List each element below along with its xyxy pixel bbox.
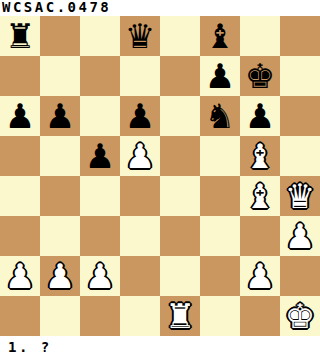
square-g2[interactable]: ♟ — [240, 256, 280, 296]
square-c6[interactable] — [80, 96, 120, 136]
square-a4[interactable] — [0, 176, 40, 216]
white-pawn-icon: ♟ — [40, 256, 80, 296]
white-rook-icon: ♜ — [160, 296, 200, 336]
white-pawn-icon: ♟ — [0, 256, 40, 296]
square-e4[interactable] — [160, 176, 200, 216]
square-f8[interactable]: ♝ — [200, 16, 240, 56]
white-queen-icon: ♛ — [280, 176, 320, 216]
square-b1[interactable] — [40, 296, 80, 336]
square-h4[interactable]: ♛ — [280, 176, 320, 216]
square-c8[interactable] — [80, 16, 120, 56]
square-d4[interactable] — [120, 176, 160, 216]
square-b6[interactable]: ♟ — [40, 96, 80, 136]
square-e8[interactable] — [160, 16, 200, 56]
square-b2[interactable]: ♟ — [40, 256, 80, 296]
white-pawn-icon: ♟ — [80, 256, 120, 296]
square-f7[interactable]: ♟ — [200, 56, 240, 96]
white-bishop-icon: ♝ — [240, 136, 280, 176]
chess-puzzle-page: WCSAC.0478 ♜♛♝♟♚♟♟♟♞♟♟♟♝♝♛♟♟♟♟♟♜♚ 1. ? — [0, 0, 320, 360]
white-pawn-icon: ♟ — [280, 216, 320, 256]
square-e7[interactable] — [160, 56, 200, 96]
square-d7[interactable] — [120, 56, 160, 96]
square-g8[interactable] — [240, 16, 280, 56]
square-d2[interactable] — [120, 256, 160, 296]
square-d1[interactable] — [120, 296, 160, 336]
square-b8[interactable] — [40, 16, 80, 56]
square-f3[interactable] — [200, 216, 240, 256]
square-h3[interactable]: ♟ — [280, 216, 320, 256]
white-pawn-icon: ♟ — [120, 136, 160, 176]
square-a6[interactable]: ♟ — [0, 96, 40, 136]
square-g3[interactable] — [240, 216, 280, 256]
square-d5[interactable]: ♟ — [120, 136, 160, 176]
puzzle-title: WCSAC.0478 — [0, 0, 320, 16]
square-h1[interactable]: ♚ — [280, 296, 320, 336]
square-f5[interactable] — [200, 136, 240, 176]
chess-board: ♜♛♝♟♚♟♟♟♞♟♟♟♝♝♛♟♟♟♟♟♜♚ — [0, 16, 320, 336]
square-c3[interactable] — [80, 216, 120, 256]
square-b3[interactable] — [40, 216, 80, 256]
square-d8[interactable]: ♛ — [120, 16, 160, 56]
move-prompt: 1. ? — [0, 336, 320, 360]
square-a1[interactable] — [0, 296, 40, 336]
square-h8[interactable] — [280, 16, 320, 56]
black-queen-icon: ♛ — [120, 16, 160, 56]
black-pawn-icon: ♟ — [0, 96, 40, 136]
square-b4[interactable] — [40, 176, 80, 216]
black-rook-icon: ♜ — [0, 16, 40, 56]
square-d6[interactable]: ♟ — [120, 96, 160, 136]
square-c1[interactable] — [80, 296, 120, 336]
square-e5[interactable] — [160, 136, 200, 176]
square-f1[interactable] — [200, 296, 240, 336]
square-h7[interactable] — [280, 56, 320, 96]
square-h2[interactable] — [280, 256, 320, 296]
square-a7[interactable] — [0, 56, 40, 96]
white-king-icon: ♚ — [280, 296, 320, 336]
square-c4[interactable] — [80, 176, 120, 216]
square-f2[interactable] — [200, 256, 240, 296]
black-pawn-icon: ♟ — [80, 136, 120, 176]
black-king-icon: ♚ — [240, 56, 280, 96]
square-a3[interactable] — [0, 216, 40, 256]
white-pawn-icon: ♟ — [240, 256, 280, 296]
square-e1[interactable]: ♜ — [160, 296, 200, 336]
black-pawn-icon: ♟ — [120, 96, 160, 136]
square-g6[interactable]: ♟ — [240, 96, 280, 136]
square-a5[interactable] — [0, 136, 40, 176]
square-c7[interactable] — [80, 56, 120, 96]
black-pawn-icon: ♟ — [40, 96, 80, 136]
square-e3[interactable] — [160, 216, 200, 256]
square-a8[interactable]: ♜ — [0, 16, 40, 56]
square-h6[interactable] — [280, 96, 320, 136]
black-pawn-icon: ♟ — [240, 96, 280, 136]
square-h5[interactable] — [280, 136, 320, 176]
square-e2[interactable] — [160, 256, 200, 296]
square-f4[interactable] — [200, 176, 240, 216]
black-knight-icon: ♞ — [200, 96, 240, 136]
square-a2[interactable]: ♟ — [0, 256, 40, 296]
square-g7[interactable]: ♚ — [240, 56, 280, 96]
square-b7[interactable] — [40, 56, 80, 96]
square-b5[interactable] — [40, 136, 80, 176]
square-c5[interactable]: ♟ — [80, 136, 120, 176]
square-f6[interactable]: ♞ — [200, 96, 240, 136]
square-g4[interactable]: ♝ — [240, 176, 280, 216]
square-g1[interactable] — [240, 296, 280, 336]
square-d3[interactable] — [120, 216, 160, 256]
square-c2[interactable]: ♟ — [80, 256, 120, 296]
white-bishop-icon: ♝ — [240, 176, 280, 216]
black-bishop-icon: ♝ — [200, 16, 240, 56]
black-pawn-icon: ♟ — [200, 56, 240, 96]
square-e6[interactable] — [160, 96, 200, 136]
square-g5[interactable]: ♝ — [240, 136, 280, 176]
